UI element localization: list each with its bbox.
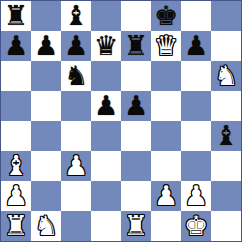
piece-black-king-f8[interactable]: ♚ <box>151 1 181 31</box>
square-c3[interactable]: ♟ <box>61 151 91 181</box>
square-e6[interactable] <box>121 61 151 91</box>
square-f7[interactable]: ♛ <box>151 31 181 61</box>
square-g8[interactable] <box>181 1 211 31</box>
square-f6[interactable] <box>151 61 181 91</box>
square-f1[interactable] <box>151 211 181 241</box>
square-b2[interactable] <box>31 181 61 211</box>
piece-white-king-g1[interactable]: ♚ <box>181 211 211 241</box>
square-h6[interactable]: ♞ <box>211 61 241 91</box>
square-f2[interactable]: ♟ <box>151 181 181 211</box>
square-f8[interactable]: ♚ <box>151 1 181 31</box>
square-h7[interactable] <box>211 31 241 61</box>
square-h2[interactable] <box>211 181 241 211</box>
square-g4[interactable] <box>181 121 211 151</box>
piece-white-pawn-a2[interactable]: ♟ <box>1 181 31 211</box>
square-g1[interactable]: ♚ <box>181 211 211 241</box>
piece-white-queen-f7[interactable]: ♛ <box>151 31 181 61</box>
square-b6[interactable] <box>31 61 61 91</box>
piece-black-pawn-g7[interactable]: ♟ <box>181 31 211 61</box>
square-h4[interactable]: ♝ <box>211 121 241 151</box>
square-d8[interactable] <box>91 1 121 31</box>
square-c5[interactable] <box>61 91 91 121</box>
piece-black-pawn-e5[interactable]: ♟ <box>121 91 151 121</box>
piece-white-pawn-c3[interactable]: ♟ <box>61 151 91 181</box>
square-c6[interactable]: ♞ <box>61 61 91 91</box>
square-h8[interactable] <box>211 1 241 31</box>
square-c8[interactable]: ♝ <box>61 1 91 31</box>
piece-white-pawn-g2[interactable]: ♟ <box>181 181 211 211</box>
square-d1[interactable] <box>91 211 121 241</box>
square-h1[interactable] <box>211 211 241 241</box>
square-a4[interactable] <box>1 121 31 151</box>
square-b8[interactable] <box>31 1 61 31</box>
square-b7[interactable]: ♟ <box>31 31 61 61</box>
square-d7[interactable]: ♛ <box>91 31 121 61</box>
square-e8[interactable] <box>121 1 151 31</box>
square-c1[interactable] <box>61 211 91 241</box>
piece-white-pawn-f2[interactable]: ♟ <box>151 181 181 211</box>
square-e2[interactable] <box>121 181 151 211</box>
piece-black-pawn-c7[interactable]: ♟ <box>61 31 91 61</box>
square-g7[interactable]: ♟ <box>181 31 211 61</box>
piece-white-knight-b1[interactable]: ♞ <box>31 211 61 241</box>
square-h3[interactable] <box>211 151 241 181</box>
square-g3[interactable] <box>181 151 211 181</box>
square-b4[interactable] <box>31 121 61 151</box>
piece-black-rook-e7[interactable]: ♜ <box>121 31 151 61</box>
square-f5[interactable] <box>151 91 181 121</box>
piece-white-bishop-a3[interactable]: ♝ <box>1 151 31 181</box>
square-b5[interactable] <box>31 91 61 121</box>
square-a2[interactable]: ♟ <box>1 181 31 211</box>
square-d6[interactable] <box>91 61 121 91</box>
piece-black-bishop-h4[interactable]: ♝ <box>211 121 241 151</box>
piece-black-rook-a8[interactable]: ♜ <box>1 1 31 31</box>
square-c7[interactable]: ♟ <box>61 31 91 61</box>
piece-white-rook-e1[interactable]: ♜ <box>121 211 151 241</box>
square-e3[interactable] <box>121 151 151 181</box>
piece-black-pawn-b7[interactable]: ♟ <box>31 31 61 61</box>
square-g6[interactable] <box>181 61 211 91</box>
square-h5[interactable] <box>211 91 241 121</box>
square-a1[interactable]: ♜ <box>1 211 31 241</box>
square-g2[interactable]: ♟ <box>181 181 211 211</box>
square-b3[interactable] <box>31 151 61 181</box>
square-c4[interactable] <box>61 121 91 151</box>
piece-black-knight-c6[interactable]: ♞ <box>61 61 91 91</box>
square-e4[interactable] <box>121 121 151 151</box>
piece-black-pawn-a7[interactable]: ♟ <box>1 31 31 61</box>
square-a6[interactable] <box>1 61 31 91</box>
square-a7[interactable]: ♟ <box>1 31 31 61</box>
piece-white-rook-a1[interactable]: ♜ <box>1 211 31 241</box>
square-b1[interactable]: ♞ <box>31 211 61 241</box>
square-e1[interactable]: ♜ <box>121 211 151 241</box>
square-d4[interactable] <box>91 121 121 151</box>
piece-white-knight-h6[interactable]: ♞ <box>211 61 241 91</box>
square-e5[interactable]: ♟ <box>121 91 151 121</box>
piece-black-bishop-c8[interactable]: ♝ <box>61 1 91 31</box>
square-g5[interactable] <box>181 91 211 121</box>
chess-board: ♜♝♚♟♟♟♛♜♛♟♞♞♟♟♝♝♟♟♟♟♜♞♜♚ <box>0 0 242 242</box>
square-d3[interactable] <box>91 151 121 181</box>
square-a5[interactable] <box>1 91 31 121</box>
square-a8[interactable]: ♜ <box>1 1 31 31</box>
square-c2[interactable] <box>61 181 91 211</box>
square-e7[interactable]: ♜ <box>121 31 151 61</box>
square-a3[interactable]: ♝ <box>1 151 31 181</box>
piece-black-pawn-d5[interactable]: ♟ <box>91 91 121 121</box>
square-d5[interactable]: ♟ <box>91 91 121 121</box>
square-f4[interactable] <box>151 121 181 151</box>
piece-black-queen-d7[interactable]: ♛ <box>91 31 121 61</box>
square-f3[interactable] <box>151 151 181 181</box>
square-d2[interactable] <box>91 181 121 211</box>
